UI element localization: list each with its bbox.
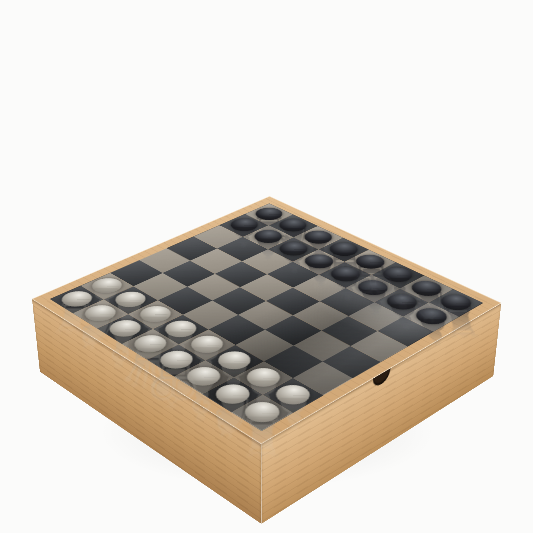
chess-box: ♜♜♞♞♝♝♛♛♚♚♝♝♞♞♜♜♟♟♟♟♟♟♟♟♟♟♟♟♟♟♟♟♟♟♟♟♟♟♟♟…	[32, 196, 501, 444]
square-h1[interactable]: ♜♜	[231, 395, 293, 431]
square-h7[interactable]: ♟♟	[403, 302, 458, 331]
product-photo: ♜♜♞♞♝♝♛♛♚♚♝♝♞♞♜♜♟♟♟♟♟♟♟♟♟♟♟♟♟♟♟♟♟♟♟♟♟♟♟♟…	[0, 0, 533, 533]
piece-reflection-glyph: ♟	[379, 314, 493, 351]
